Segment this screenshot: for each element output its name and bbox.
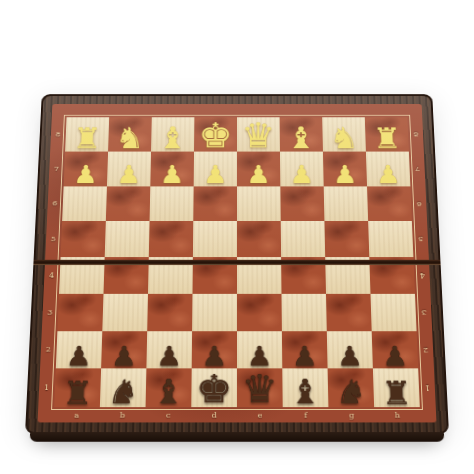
piece-brown-pawn-h2[interactable]: ♟ [382,344,408,370]
piece-brown-knight-b1[interactable]: ♞ [107,377,139,408]
square-c7[interactable]: ♟ [150,151,194,186]
square-d3[interactable] [192,294,237,331]
piece-yellow-bishop-c8[interactable]: ♝ [157,124,188,153]
square-f7[interactable]: ♟ [280,151,324,186]
piece-yellow-king-d8[interactable]: ♚ [198,120,232,153]
coord-file-f: f [283,408,329,422]
coord-file-e: e [237,408,283,422]
square-h5[interactable] [368,221,413,257]
coord-file-a: a [53,408,99,422]
square-h1[interactable]: ♜ [373,369,420,408]
coord-file-d: d [191,408,237,422]
file-labels-bottom: abcdefgh [53,408,420,422]
coord-rank-left-1: 1 [38,369,55,408]
piece-brown-knight-g1[interactable]: ♞ [335,377,367,408]
square-h8[interactable]: ♜ [365,117,409,151]
square-h7[interactable]: ♟ [366,151,410,186]
square-b7[interactable]: ♟ [107,151,151,186]
piece-yellow-rook-h8[interactable]: ♜ [372,125,401,152]
square-c2[interactable]: ♟ [146,331,192,369]
piece-brown-pawn-c2[interactable]: ♟ [156,344,182,370]
piece-yellow-pawn-d7[interactable]: ♟ [203,163,228,186]
coord-rank-right-6: 6 [411,186,427,221]
square-g8[interactable]: ♞ [322,117,366,151]
square-g5[interactable] [324,221,369,257]
square-e1[interactable]: ♛ [237,369,283,408]
coord-rank-left-6: 6 [47,186,63,221]
coord-rank-left-4: 4 [44,257,60,294]
piece-yellow-pawn-a7[interactable]: ♟ [73,163,98,186]
square-e5[interactable] [237,221,281,257]
piece-yellow-knight-b8[interactable]: ♞ [115,124,145,152]
coord-file-b: b [99,408,145,422]
coord-file-g: g [328,408,374,422]
square-e2[interactable]: ♟ [237,331,282,369]
square-a5[interactable] [61,221,106,257]
square-d8[interactable]: ♚ [194,117,237,151]
coord-rank-right-1: 1 [419,369,436,408]
square-a7[interactable]: ♟ [64,151,108,186]
square-a2[interactable]: ♟ [56,331,103,369]
coord-rank-right-4: 4 [414,257,430,294]
coord-rank-left-2: 2 [40,331,56,369]
square-h6[interactable] [367,186,412,221]
piece-yellow-pawn-g7[interactable]: ♟ [333,163,358,186]
square-f5[interactable] [281,221,325,257]
square-c6[interactable] [150,186,194,221]
piece-yellow-pawn-f7[interactable]: ♟ [289,163,314,186]
coord-rank-left-5: 5 [45,221,61,257]
coord-rank-left-7: 7 [49,151,65,186]
coord-rank-right-3: 3 [416,294,432,331]
scene: ♜♞♝♚♛♝♞♜♟♟♟♟♟♟♟♟♟♟♟♟♟♟♟♟♜♞♝♚♛♝♞♜ abcdefg… [0,0,474,474]
piece-yellow-bishop-f8[interactable]: ♝ [286,124,317,153]
square-f3[interactable] [281,294,326,331]
square-c8[interactable]: ♝ [151,117,194,151]
coord-rank-right-5: 5 [413,221,429,257]
piece-yellow-queen-e8[interactable]: ♛ [241,120,275,153]
square-b1[interactable]: ♞ [100,369,147,408]
coord-rank-right-7: 7 [410,151,426,186]
square-b2[interactable]: ♟ [101,331,147,369]
square-d5[interactable] [193,221,237,257]
square-d2[interactable]: ♟ [192,331,237,369]
square-d7[interactable]: ♟ [194,151,237,186]
square-e3[interactable] [237,294,282,331]
square-e7[interactable]: ♟ [237,151,280,186]
square-b6[interactable] [106,186,150,221]
square-a8[interactable]: ♜ [65,117,109,151]
square-a6[interactable] [62,186,107,221]
fold-seam [33,260,440,265]
square-a3[interactable] [57,294,103,331]
square-c5[interactable] [149,221,193,257]
square-g6[interactable] [324,186,368,221]
square-h3[interactable] [370,294,416,331]
coord-rank-right-8: 8 [408,117,423,151]
piece-yellow-pawn-e7[interactable]: ♟ [246,163,271,186]
square-f2[interactable]: ♟ [282,331,328,369]
coord-rank-left-3: 3 [42,294,58,331]
chess-board: ♜♞♝♚♛♝♞♜♟♟♟♟♟♟♟♟♟♟♟♟♟♟♟♟♜♞♝♚♛♝♞♜ abcdefg… [25,94,449,434]
piece-brown-queen-e1[interactable]: ♛ [242,371,279,408]
piece-brown-bishop-c1[interactable]: ♝ [152,376,184,408]
piece-brown-king-d1[interactable]: ♚ [196,371,233,408]
square-e8[interactable]: ♛ [237,117,280,151]
piece-yellow-pawn-c7[interactable]: ♟ [160,163,185,186]
square-b3[interactable] [102,294,148,331]
piece-yellow-rook-a8[interactable]: ♜ [72,125,101,152]
square-b5[interactable] [105,221,150,257]
square-d6[interactable] [193,186,237,221]
coord-file-c: c [145,408,191,422]
piece-brown-pawn-b2[interactable]: ♟ [111,344,137,370]
piece-yellow-knight-g8[interactable]: ♞ [329,124,359,152]
piece-brown-pawn-f2[interactable]: ♟ [292,344,318,370]
piece-brown-rook-a1[interactable]: ♜ [62,377,93,408]
square-d1[interactable]: ♚ [191,369,237,408]
coord-file-h: h [374,408,420,422]
square-g3[interactable] [326,294,372,331]
square-f8[interactable]: ♝ [280,117,323,151]
square-g2[interactable]: ♟ [327,331,373,369]
square-a1[interactable]: ♜ [54,369,101,408]
piece-brown-bishop-f1[interactable]: ♝ [289,376,321,408]
square-c3[interactable] [147,294,192,331]
piece-yellow-pawn-b7[interactable]: ♟ [116,163,141,186]
piece-brown-rook-h1[interactable]: ♜ [381,377,412,408]
piece-yellow-pawn-h7[interactable]: ♟ [376,163,401,186]
square-e6[interactable] [237,186,281,221]
square-h2[interactable]: ♟ [372,331,419,369]
piece-brown-pawn-g2[interactable]: ♟ [337,344,363,370]
square-g7[interactable]: ♟ [323,151,367,186]
square-f1[interactable]: ♝ [282,369,328,408]
coord-rank-right-2: 2 [418,331,434,369]
square-c1[interactable]: ♝ [146,369,192,408]
coord-rank-left-8: 8 [50,117,65,151]
square-b8[interactable]: ♞ [108,117,152,151]
piece-brown-pawn-a2[interactable]: ♟ [66,344,92,370]
square-g1[interactable]: ♞ [328,369,375,408]
square-f6[interactable] [280,186,324,221]
